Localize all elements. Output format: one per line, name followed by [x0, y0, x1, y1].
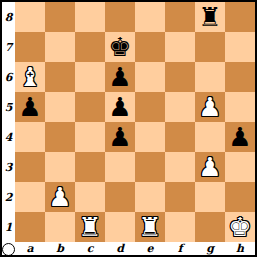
rank-label-3: 3 — [2, 152, 15, 182]
rank-label-2: 2 — [2, 182, 15, 212]
square-b5[interactable] — [45, 92, 75, 122]
square-d5[interactable]: ♟ — [105, 92, 135, 122]
square-g6[interactable] — [195, 62, 225, 92]
square-f6[interactable] — [165, 62, 195, 92]
square-d1[interactable] — [105, 212, 135, 242]
square-c8[interactable] — [75, 2, 105, 32]
square-h3[interactable] — [225, 152, 255, 182]
square-g3[interactable]: ♟ — [195, 152, 225, 182]
square-e5[interactable] — [135, 92, 165, 122]
square-c4[interactable] — [75, 122, 105, 152]
file-label-a: a — [15, 242, 45, 255]
square-g5[interactable]: ♟ — [195, 92, 225, 122]
square-g1[interactable] — [195, 212, 225, 242]
square-e7[interactable] — [135, 32, 165, 62]
square-b1[interactable] — [45, 212, 75, 242]
square-d2[interactable] — [105, 182, 135, 212]
rank-label-7: 7 — [2, 32, 15, 62]
square-c3[interactable] — [75, 152, 105, 182]
square-g4[interactable] — [195, 122, 225, 152]
chess-board: 8♜7♚6♝♟5♟♟♟4♟♟3♟2♟1♜♜♚abcdefgh — [2, 2, 255, 255]
square-b4[interactable] — [45, 122, 75, 152]
square-a5[interactable]: ♟ — [15, 92, 45, 122]
square-g7[interactable] — [195, 32, 225, 62]
square-e1[interactable]: ♜ — [135, 212, 165, 242]
square-c6[interactable] — [75, 62, 105, 92]
black-pawn[interactable]: ♟ — [105, 62, 135, 92]
black-pawn[interactable]: ♟ — [105, 122, 135, 152]
file-label-d: d — [105, 242, 135, 255]
square-a7[interactable] — [15, 32, 45, 62]
black-pawn[interactable]: ♟ — [225, 122, 255, 152]
rank-label-1: 1 — [2, 212, 15, 242]
square-a4[interactable] — [15, 122, 45, 152]
square-d3[interactable] — [105, 152, 135, 182]
square-c2[interactable] — [75, 182, 105, 212]
square-f8[interactable] — [165, 2, 195, 32]
white-to-move-indicator — [2, 243, 15, 256]
black-rook[interactable]: ♜ — [195, 2, 225, 32]
white-pawn[interactable]: ♟ — [45, 182, 75, 212]
square-h4[interactable]: ♟ — [225, 122, 255, 152]
square-a2[interactable] — [15, 182, 45, 212]
board-corner — [2, 242, 15, 255]
white-pawn[interactable]: ♟ — [195, 152, 225, 182]
black-pawn[interactable]: ♟ — [15, 92, 45, 122]
file-label-b: b — [45, 242, 75, 255]
square-c5[interactable] — [75, 92, 105, 122]
file-label-c: c — [75, 242, 105, 255]
black-king[interactable]: ♚ — [105, 32, 135, 62]
rank-label-4: 4 — [2, 122, 15, 152]
square-g8[interactable]: ♜ — [195, 2, 225, 32]
square-h5[interactable] — [225, 92, 255, 122]
square-h6[interactable] — [225, 62, 255, 92]
square-b2[interactable]: ♟ — [45, 182, 75, 212]
white-rook[interactable]: ♜ — [135, 212, 165, 242]
square-f7[interactable] — [165, 32, 195, 62]
square-b6[interactable] — [45, 62, 75, 92]
square-e4[interactable] — [135, 122, 165, 152]
square-a8[interactable] — [15, 2, 45, 32]
square-d8[interactable] — [105, 2, 135, 32]
square-b7[interactable] — [45, 32, 75, 62]
square-d4[interactable]: ♟ — [105, 122, 135, 152]
square-h7[interactable] — [225, 32, 255, 62]
square-a6[interactable]: ♝ — [15, 62, 45, 92]
rank-label-8: 8 — [2, 2, 15, 32]
file-label-f: f — [165, 242, 195, 255]
white-rook[interactable]: ♜ — [75, 212, 105, 242]
square-g2[interactable] — [195, 182, 225, 212]
white-bishop[interactable]: ♝ — [15, 62, 45, 92]
square-d7[interactable]: ♚ — [105, 32, 135, 62]
square-a1[interactable] — [15, 212, 45, 242]
square-a3[interactable] — [15, 152, 45, 182]
square-b8[interactable] — [45, 2, 75, 32]
rank-label-5: 5 — [2, 92, 15, 122]
file-label-h: h — [225, 242, 255, 255]
square-c7[interactable] — [75, 32, 105, 62]
file-label-g: g — [195, 242, 225, 255]
black-pawn[interactable]: ♟ — [105, 92, 135, 122]
square-e3[interactable] — [135, 152, 165, 182]
square-f5[interactable] — [165, 92, 195, 122]
square-b3[interactable] — [45, 152, 75, 182]
square-h1[interactable]: ♚ — [225, 212, 255, 242]
file-label-e: e — [135, 242, 165, 255]
square-d6[interactable]: ♟ — [105, 62, 135, 92]
square-h8[interactable] — [225, 2, 255, 32]
square-f2[interactable] — [165, 182, 195, 212]
square-f4[interactable] — [165, 122, 195, 152]
square-f1[interactable] — [165, 212, 195, 242]
square-e2[interactable] — [135, 182, 165, 212]
square-h2[interactable] — [225, 182, 255, 212]
white-pawn[interactable]: ♟ — [195, 92, 225, 122]
square-e8[interactable] — [135, 2, 165, 32]
rank-label-6: 6 — [2, 62, 15, 92]
white-king[interactable]: ♚ — [225, 212, 255, 242]
square-f3[interactable] — [165, 152, 195, 182]
square-e6[interactable] — [135, 62, 165, 92]
chess-diagram: 8♜7♚6♝♟5♟♟♟4♟♟3♟2♟1♜♜♚abcdefgh — [0, 0, 257, 257]
square-c1[interactable]: ♜ — [75, 212, 105, 242]
